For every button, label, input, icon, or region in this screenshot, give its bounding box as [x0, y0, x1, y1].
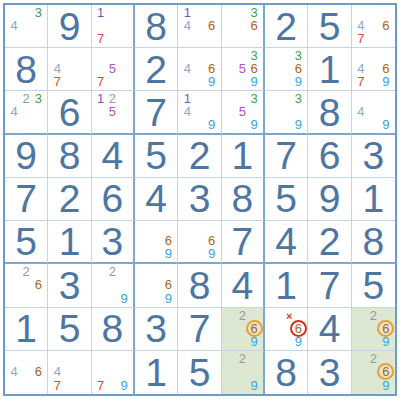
candidate-9: 9 [380, 75, 392, 88]
digit: 3 [178, 178, 220, 220]
cell-r4c6[interactable]: 1 [222, 135, 265, 178]
cell-r7c3[interactable]: 29 [92, 264, 135, 307]
cell-r5c2[interactable]: 2 [48, 178, 91, 221]
candidate-4: 4 [51, 365, 63, 378]
digit: 6 [48, 91, 90, 132]
candidate-4: 4 [181, 62, 193, 75]
cell-r8c6[interactable]: 269 [222, 308, 265, 351]
cell-r3c7[interactable]: 39 [265, 91, 308, 134]
cell-r2c9[interactable]: 4679 [352, 48, 395, 91]
candidate-7: 7 [95, 32, 107, 45]
cell-r5c7[interactable]: 5 [265, 178, 308, 221]
digit: 2 [308, 221, 350, 262]
candidate-grid: 469 [181, 49, 217, 88]
cell-r8c8[interactable]: 4 [308, 308, 351, 351]
cell-r6c1[interactable]: 5 [5, 221, 48, 264]
candidate-9: 9 [380, 335, 392, 348]
cell-r6c4[interactable]: 69 [135, 221, 178, 264]
candidate-grid: 69 [138, 222, 174, 260]
cell-r6c9[interactable]: 8 [352, 221, 395, 264]
cell-r6c2[interactable]: 1 [48, 221, 91, 264]
digit: 1 [265, 264, 307, 306]
candidate-9: 9 [206, 247, 218, 260]
digit: 8 [135, 5, 177, 47]
candidate-2: 2 [367, 352, 379, 365]
candidate-grid: 467 [355, 6, 392, 45]
cell-r9c3[interactable]: 79 [92, 351, 135, 394]
candidate-1: 1 [95, 6, 107, 19]
sudoku-app: 3491781463625467847572469356936914679234… [0, 0, 400, 399]
digit: 4 [92, 135, 133, 177]
cell-r1c9[interactable]: 467 [352, 5, 395, 48]
cell-r1c5[interactable]: 146 [178, 5, 221, 48]
candidate-9: 9 [248, 75, 260, 88]
cell-r7c7[interactable]: 1 [265, 264, 308, 307]
digit: 1 [5, 308, 47, 350]
candidate-grid: 69 [181, 222, 217, 260]
candidate-7: 7 [355, 75, 367, 88]
candidate-grid: 69× [268, 309, 304, 348]
candidate-9: 9 [248, 118, 260, 131]
cell-r7c8[interactable]: 7 [308, 264, 351, 307]
cell-r8c4[interactable]: 3 [135, 308, 178, 351]
candidate-5: 5 [236, 62, 248, 75]
digit: 3 [48, 264, 90, 306]
candidate-9: 9 [248, 379, 260, 392]
cell-r8c2[interactable]: 5 [48, 308, 91, 351]
cell-r5c9[interactable]: 1 [352, 178, 395, 221]
candidate-4: 4 [51, 62, 63, 75]
candidate-3: 3 [248, 49, 260, 62]
candidate-9: 9 [292, 118, 304, 131]
candidate-9: 9 [206, 75, 218, 88]
candidate-6-circled-red: 6 [290, 320, 307, 337]
candidate-grid: 269 [355, 309, 392, 348]
candidate-9: 9 [380, 118, 392, 131]
cell-r6c7[interactable]: 4 [265, 221, 308, 264]
cell-r4c2[interactable]: 8 [48, 135, 91, 178]
candidate-grid: 369 [268, 49, 304, 88]
digit: 2 [48, 178, 90, 220]
candidate-4: 4 [8, 19, 20, 32]
candidate-3: 3 [32, 6, 44, 19]
cell-r3c8[interactable]: 8 [308, 91, 351, 134]
candidate-grid: 79 [95, 352, 130, 392]
cell-r2c5[interactable]: 469 [178, 48, 221, 91]
cell-r2c3[interactable]: 57 [92, 48, 135, 91]
cell-r7c9[interactable]: 5 [352, 264, 395, 307]
cell-r4c9[interactable]: 3 [352, 135, 395, 178]
cell-r4c1[interactable]: 9 [5, 135, 48, 178]
cell-r2c6[interactable]: 3569 [222, 48, 265, 91]
cell-r3c4[interactable]: 7 [135, 91, 178, 134]
candidate-2: 2 [106, 265, 118, 278]
cell-r1c4[interactable]: 8 [135, 5, 178, 48]
cell-r5c1[interactable]: 7 [5, 178, 48, 221]
cell-r3c1[interactable]: 234 [5, 91, 48, 134]
digit: 5 [178, 351, 220, 394]
candidate-6: 6 [248, 62, 260, 75]
digit: 5 [135, 135, 177, 177]
cell-r4c3[interactable]: 4 [92, 135, 135, 178]
cell-r8c7[interactable]: 69× [265, 308, 308, 351]
candidate-grid: 26 [8, 265, 44, 304]
cell-r1c6[interactable]: 36 [222, 5, 265, 48]
candidate-4: 4 [355, 62, 367, 75]
candidate-5: 5 [236, 105, 248, 118]
cell-r8c3[interactable]: 8 [92, 308, 135, 351]
cell-r6c3[interactable]: 3 [92, 221, 135, 264]
digit: 3 [308, 351, 350, 394]
candidate-6: 6 [292, 62, 304, 75]
digit: 8 [308, 91, 350, 132]
digit: 7 [265, 135, 307, 177]
candidate-9: 9 [118, 291, 130, 304]
candidate-6: 6 [380, 62, 392, 75]
digit: 4 [265, 221, 307, 262]
cell-r2c1[interactable]: 8 [5, 48, 48, 91]
cell-r6c6[interactable]: 7 [222, 221, 265, 264]
digit: 2 [178, 135, 220, 177]
cell-r2c4[interactable]: 2 [135, 48, 178, 91]
candidate-9: 9 [162, 291, 174, 304]
digit: 4 [135, 178, 177, 220]
cell-r1c7[interactable]: 2 [265, 5, 308, 48]
candidate-3: 3 [292, 92, 304, 105]
candidate-grid: 17 [95, 6, 130, 45]
candidate-4: 4 [355, 19, 367, 32]
cell-r1c8[interactable]: 5 [308, 5, 351, 48]
candidate-4: 4 [181, 105, 193, 118]
candidate-7: 7 [95, 75, 107, 88]
candidate-5: 5 [106, 62, 118, 75]
candidate-6: 6 [32, 278, 44, 291]
candidate-2: 2 [236, 352, 248, 365]
digit: 1 [222, 135, 263, 177]
candidate-6-circled-orange: 6 [246, 320, 263, 337]
candidate-6: 6 [206, 19, 218, 32]
cell-r9c6[interactable]: 29 [222, 351, 265, 394]
candidate-4: 4 [181, 19, 193, 32]
candidate-1: 1 [95, 92, 107, 105]
candidate-7: 7 [51, 379, 63, 392]
candidate-grid: 34 [8, 6, 44, 45]
cell-r9c5[interactable]: 5 [178, 351, 221, 394]
candidate-grid: 269 [355, 352, 392, 392]
digit: 8 [265, 351, 307, 394]
candidate-4: 4 [8, 105, 20, 118]
candidate-6: 6 [380, 19, 392, 32]
digit: 1 [135, 351, 177, 394]
cell-r1c2[interactable]: 9 [48, 5, 91, 48]
candidate-6: 6 [206, 62, 218, 75]
candidate-2: 2 [367, 309, 379, 322]
cell-r3c5[interactable]: 149 [178, 91, 221, 134]
digit: 8 [92, 308, 133, 350]
candidate-grid: 269 [225, 309, 260, 348]
digit: 1 [352, 178, 395, 220]
candidate-grid: 3569 [225, 49, 260, 88]
cell-r7c5[interactable]: 8 [178, 264, 221, 307]
digit: 1 [308, 48, 350, 90]
candidate-grid: 46 [8, 352, 44, 392]
digit: 7 [135, 91, 177, 132]
digit: 5 [352, 264, 395, 306]
candidate-3: 3 [248, 6, 260, 19]
digit: 7 [222, 221, 263, 262]
candidate-grid: 29 [225, 352, 260, 392]
cell-r2c2[interactable]: 47 [48, 48, 91, 91]
candidate-5: 5 [106, 105, 118, 118]
cell-r3c3[interactable]: 125 [92, 91, 135, 134]
candidate-9: 9 [118, 379, 130, 392]
cell-r2c7[interactable]: 369 [265, 48, 308, 91]
cell-r4c7[interactable]: 7 [265, 135, 308, 178]
cell-r8c9[interactable]: 269 [352, 308, 395, 351]
candidate-6: 6 [248, 19, 260, 32]
digit: 4 [222, 264, 263, 306]
candidate-7: 7 [355, 32, 367, 45]
cell-r7c4[interactable]: 69 [135, 264, 178, 307]
candidate-9: 9 [292, 335, 304, 348]
digit: 8 [222, 178, 263, 220]
cell-r4c5[interactable]: 2 [178, 135, 221, 178]
candidate-9: 9 [292, 75, 304, 88]
cell-r9c1[interactable]: 46 [5, 351, 48, 394]
cell-r9c4[interactable]: 1 [135, 351, 178, 394]
cell-r5c8[interactable]: 9 [308, 178, 351, 221]
candidate-grid: 47 [51, 352, 87, 392]
digit: 3 [135, 308, 177, 350]
cell-r5c3[interactable]: 6 [92, 178, 135, 221]
cell-r5c6[interactable]: 8 [222, 178, 265, 221]
cell-r9c7[interactable]: 8 [265, 351, 308, 394]
cell-r7c2[interactable]: 3 [48, 264, 91, 307]
digit: 9 [48, 5, 90, 47]
digit: 5 [308, 5, 350, 47]
candidate-3: 3 [248, 92, 260, 105]
digit: 6 [92, 178, 133, 220]
digit: 7 [308, 264, 350, 306]
digit: 4 [308, 308, 350, 350]
candidate-7: 7 [51, 75, 63, 88]
cell-r9c2[interactable]: 47 [48, 351, 91, 394]
cell-r7c6[interactable]: 4 [222, 264, 265, 307]
candidate-grid: 49 [355, 92, 392, 130]
candidate-3: 3 [292, 49, 304, 62]
digit: 8 [178, 264, 220, 306]
candidate-2: 2 [20, 92, 32, 105]
candidate-9: 9 [162, 247, 174, 260]
digit: 8 [352, 221, 395, 262]
candidate-7: 7 [95, 379, 107, 392]
candidate-6: 6 [162, 278, 174, 291]
candidate-6-circled-orange: 6 [377, 320, 394, 337]
candidate-grid: 359 [225, 92, 260, 130]
candidate-6: 6 [32, 365, 44, 378]
cell-r6c8[interactable]: 2 [308, 221, 351, 264]
candidate-grid: 69 [138, 265, 174, 304]
cell-r7c1[interactable]: 26 [5, 264, 48, 307]
digit: 2 [135, 48, 177, 90]
candidate-grid: 4679 [355, 49, 392, 88]
cell-r2c8[interactable]: 1 [308, 48, 351, 91]
candidate-grid: 29 [95, 265, 130, 304]
candidate-9: 9 [248, 335, 260, 348]
candidate-9: 9 [380, 379, 392, 392]
cell-r1c1[interactable]: 34 [5, 5, 48, 48]
digit: 9 [5, 135, 47, 177]
digit: 5 [265, 178, 307, 220]
cell-r9c8[interactable]: 3 [308, 351, 351, 394]
candidate-grid: 47 [51, 49, 87, 88]
cell-r3c2[interactable]: 6 [48, 91, 91, 134]
candidate-9: 9 [206, 118, 218, 131]
digit: 8 [5, 48, 47, 90]
candidate-1: 1 [181, 6, 193, 19]
candidate-4: 4 [8, 365, 20, 378]
cell-r5c4[interactable]: 4 [135, 178, 178, 221]
candidate-grid: 57 [95, 49, 130, 88]
digit: 5 [5, 221, 47, 262]
digit: 8 [48, 135, 90, 177]
digit: 2 [265, 5, 307, 47]
cell-r3c9[interactable]: 49 [352, 91, 395, 134]
candidate-grid: 36 [225, 6, 260, 45]
digit: 7 [178, 308, 220, 350]
candidate-2: 2 [236, 309, 248, 322]
cell-r5c5[interactable]: 3 [178, 178, 221, 221]
candidate-grid: 146 [181, 6, 217, 45]
cell-r6c5[interactable]: 69 [178, 221, 221, 264]
digit: 5 [48, 308, 90, 350]
candidate-4: 4 [355, 105, 367, 118]
candidate-grid: 149 [181, 92, 217, 130]
cell-r4c4[interactable]: 5 [135, 135, 178, 178]
cell-r9c9[interactable]: 269 [352, 351, 395, 394]
cell-r8c5[interactable]: 7 [178, 308, 221, 351]
digit: 7 [5, 178, 47, 220]
digit: 3 [352, 135, 395, 177]
candidate-grid: 39 [268, 92, 304, 130]
candidate-grid: 234 [8, 92, 44, 130]
cell-r4c8[interactable]: 6 [308, 135, 351, 178]
digit: 1 [48, 221, 90, 262]
cell-r1c3[interactable]: 17 [92, 5, 135, 48]
candidate-2: 2 [20, 265, 32, 278]
cell-r3c6[interactable]: 359 [222, 91, 265, 134]
digit: 3 [92, 221, 133, 262]
digit: 6 [308, 135, 350, 177]
sudoku-board: 3491781463625467847572469356936914679234… [3, 3, 397, 396]
digit: 9 [308, 178, 350, 220]
candidate-grid: 125 [95, 92, 130, 130]
cell-r8c1[interactable]: 1 [5, 308, 48, 351]
candidate-3: 3 [32, 92, 44, 105]
